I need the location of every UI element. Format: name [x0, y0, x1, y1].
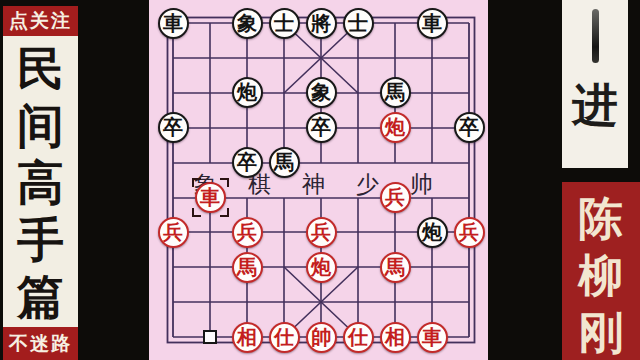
- piece-red-soldier[interactable]: 兵: [158, 217, 189, 248]
- last-move-bracket: [220, 208, 229, 217]
- piece-red-chariot[interactable]: 車: [195, 182, 226, 213]
- piece-red-cannon[interactable]: 炮: [380, 112, 411, 143]
- piece-black-soldier[interactable]: 卒: [232, 147, 263, 178]
- piece-red-soldier[interactable]: 兵: [306, 217, 337, 248]
- last-move-origin-marker: [203, 330, 217, 344]
- piece-black-soldier[interactable]: 卒: [454, 112, 485, 143]
- piece-black-soldier[interactable]: 卒: [158, 112, 189, 143]
- piece-red-advisor[interactable]: 仕: [269, 322, 300, 353]
- piece-black-soldier[interactable]: 卒: [306, 112, 337, 143]
- piece-black-horse[interactable]: 馬: [380, 77, 411, 108]
- left-banner: 点关注 民间高手篇 不迷路: [3, 6, 78, 360]
- follow-badge[interactable]: 点关注: [3, 6, 78, 36]
- piece-red-elephant[interactable]: 相: [380, 322, 411, 353]
- piece-black-advisor[interactable]: 士: [343, 8, 374, 39]
- piece-red-soldier[interactable]: 兵: [380, 182, 411, 213]
- piece-red-horse[interactable]: 馬: [380, 252, 411, 283]
- board-grid: 車象士將士車炮象馬卒卒炮卒卒馬車兵兵兵兵炮兵馬炮馬相仕帥仕相車: [155, 6, 488, 355]
- piece-black-chariot[interactable]: 車: [158, 8, 189, 39]
- piece-red-soldier[interactable]: 兵: [454, 217, 485, 248]
- follow-badge-label: 点关注: [9, 8, 72, 34]
- piece-black-general[interactable]: 將: [306, 8, 337, 39]
- piece-red-advisor[interactable]: 仕: [343, 322, 374, 353]
- author-name-card: 陈柳刚: [562, 182, 640, 360]
- piece-red-soldier[interactable]: 兵: [232, 217, 263, 248]
- piece-red-cannon[interactable]: 炮: [306, 252, 337, 283]
- piece-black-elephant[interactable]: 象: [232, 8, 263, 39]
- vertical-stroke-icon: [592, 9, 599, 63]
- piece-black-cannon[interactable]: 炮: [232, 77, 263, 108]
- move-char: 进: [572, 75, 618, 137]
- piece-black-cannon[interactable]: 炮: [417, 217, 448, 248]
- dont-get-lost-badge: 不迷路: [3, 327, 78, 360]
- piece-black-horse[interactable]: 馬: [269, 147, 300, 178]
- move-notation-card: 进: [562, 0, 628, 168]
- piece-red-elephant[interactable]: 相: [232, 322, 263, 353]
- xiangqi-board: 象棋神少帅 車象士將士車炮象馬卒卒炮卒卒馬車兵兵兵兵炮兵馬炮馬相仕帥仕相車: [149, 0, 488, 360]
- piece-black-advisor[interactable]: 士: [269, 8, 300, 39]
- piece-red-horse[interactable]: 馬: [232, 252, 263, 283]
- piece-black-chariot[interactable]: 車: [417, 8, 448, 39]
- left-banner-title: 民间高手篇: [3, 36, 78, 327]
- piece-red-general[interactable]: 帥: [306, 322, 337, 353]
- piece-black-elephant[interactable]: 象: [306, 77, 337, 108]
- dont-get-lost-label: 不迷路: [9, 331, 72, 357]
- piece-red-chariot[interactable]: 車: [417, 322, 448, 353]
